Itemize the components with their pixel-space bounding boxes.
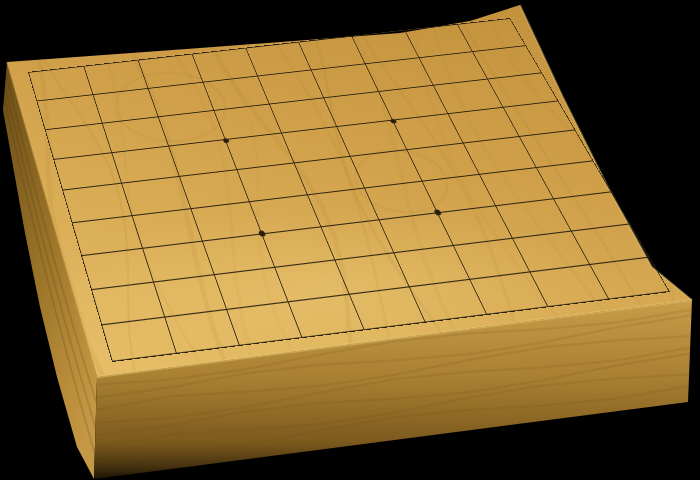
shogi-board-slab	[0, 0, 700, 480]
board-photo-stage	[0, 0, 700, 480]
